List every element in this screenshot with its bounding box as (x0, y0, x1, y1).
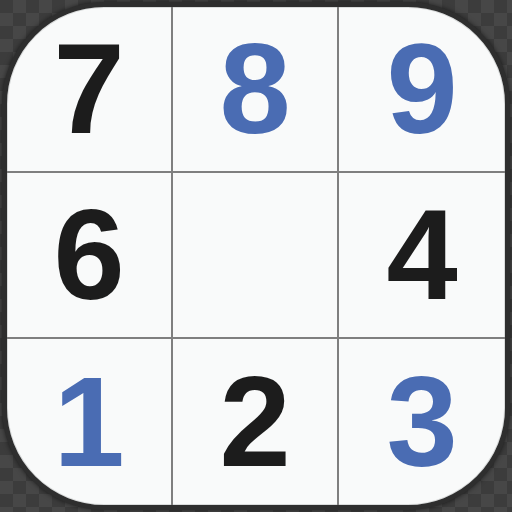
cell-r3c3[interactable]: 3 (339, 339, 505, 505)
cell-r3c2[interactable]: 2 (173, 339, 339, 505)
cell-r1c3[interactable]: 9 (339, 7, 505, 173)
cell-r2c3[interactable]: 4 (339, 173, 505, 339)
cell-r3c1[interactable]: 1 (7, 339, 173, 505)
cell-r2c2-empty[interactable] (173, 173, 339, 339)
cell-r1c1[interactable]: 7 (7, 7, 173, 173)
app-icon-canvas: 7 8 9 6 4 1 2 3 (0, 0, 512, 512)
cell-r2c1[interactable]: 6 (7, 173, 173, 339)
sudoku-board[interactable]: 7 8 9 6 4 1 2 3 (2, 2, 510, 510)
sudoku-grid: 7 8 9 6 4 1 2 3 (7, 7, 505, 505)
cell-r1c2[interactable]: 8 (173, 7, 339, 173)
